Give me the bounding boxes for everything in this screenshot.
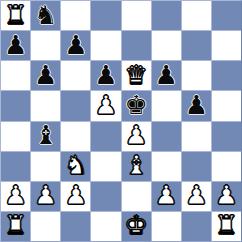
square-f4[interactable] — [152, 122, 181, 151]
square-h3[interactable] — [212, 152, 241, 181]
square-c8[interactable] — [61, 1, 90, 30]
black-king[interactable]: ♚ — [124, 92, 147, 118]
black-knight[interactable]: ♞ — [34, 2, 57, 28]
square-b4[interactable]: ♝ — [31, 122, 60, 151]
square-h1[interactable]: ♜ — [212, 212, 241, 241]
square-g7[interactable] — [182, 31, 211, 60]
square-g3[interactable] — [182, 152, 211, 181]
white-bishop[interactable]: ♝ — [124, 152, 147, 178]
square-e7[interactable] — [122, 31, 151, 60]
black-pawn[interactable]: ♟ — [185, 92, 208, 118]
white-pawn[interactable]: ♟ — [155, 182, 178, 208]
square-g1[interactable] — [182, 212, 211, 241]
square-b5[interactable] — [31, 91, 60, 120]
square-g6[interactable] — [182, 61, 211, 90]
square-b6[interactable]: ♟ — [31, 61, 60, 90]
square-h6[interactable] — [212, 61, 241, 90]
square-c1[interactable] — [61, 212, 90, 241]
square-g2[interactable]: ♟ — [182, 182, 211, 211]
square-b8[interactable]: ♞ — [31, 1, 60, 30]
square-h8[interactable] — [212, 1, 241, 30]
square-e1[interactable]: ♚ — [122, 212, 151, 241]
square-b2[interactable]: ♟ — [31, 182, 60, 211]
square-e6[interactable]: ♛ — [122, 61, 151, 90]
black-pawn[interactable]: ♟ — [4, 32, 27, 58]
chess-board: ♜♞♟♟♟♟♛♟♟♚♟♝♟♞♝♟♟♟♟♟♟♜♚♜ — [0, 0, 242, 242]
square-h2[interactable]: ♟ — [212, 182, 241, 211]
square-f2[interactable]: ♟ — [152, 182, 181, 211]
black-pawn[interactable]: ♟ — [64, 32, 87, 58]
square-e3[interactable]: ♝ — [122, 152, 151, 181]
black-pawn[interactable]: ♟ — [94, 62, 117, 88]
square-a5[interactable] — [1, 91, 30, 120]
square-c2[interactable]: ♟ — [61, 182, 90, 211]
square-g4[interactable] — [182, 122, 211, 151]
square-f6[interactable]: ♟ — [152, 61, 181, 90]
square-e8[interactable] — [122, 1, 151, 30]
square-d4[interactable] — [91, 122, 120, 151]
square-a1[interactable]: ♜ — [1, 212, 30, 241]
white-rook[interactable]: ♜ — [4, 212, 27, 238]
white-king[interactable]: ♚ — [124, 212, 147, 238]
black-pawn[interactable]: ♟ — [34, 62, 57, 88]
square-b3[interactable] — [31, 152, 60, 181]
square-f3[interactable] — [152, 152, 181, 181]
white-pawn[interactable]: ♟ — [124, 122, 147, 148]
square-f7[interactable] — [152, 31, 181, 60]
black-bishop[interactable]: ♝ — [34, 122, 57, 148]
square-e2[interactable] — [122, 182, 151, 211]
square-g5[interactable]: ♟ — [182, 91, 211, 120]
square-a2[interactable]: ♟ — [1, 182, 30, 211]
square-a4[interactable] — [1, 122, 30, 151]
square-c6[interactable] — [61, 61, 90, 90]
square-d7[interactable] — [91, 31, 120, 60]
square-a3[interactable] — [1, 152, 30, 181]
black-pawn[interactable]: ♟ — [155, 62, 178, 88]
white-pawn[interactable]: ♟ — [215, 182, 238, 208]
square-a6[interactable] — [1, 61, 30, 90]
square-d2[interactable] — [91, 182, 120, 211]
square-h7[interactable] — [212, 31, 241, 60]
square-e5[interactable]: ♚ — [122, 91, 151, 120]
square-c7[interactable]: ♟ — [61, 31, 90, 60]
white-rook[interactable]: ♜ — [215, 212, 238, 238]
square-f5[interactable] — [152, 91, 181, 120]
white-pawn[interactable]: ♟ — [64, 182, 87, 208]
square-d5[interactable]: ♟ — [91, 91, 120, 120]
square-c5[interactable] — [61, 91, 90, 120]
white-pawn[interactable]: ♟ — [4, 182, 27, 208]
white-knight[interactable]: ♞ — [64, 152, 87, 178]
square-f1[interactable] — [152, 212, 181, 241]
square-d6[interactable]: ♟ — [91, 61, 120, 90]
white-queen[interactable]: ♛ — [124, 62, 147, 88]
square-c4[interactable] — [61, 122, 90, 151]
square-d8[interactable] — [91, 1, 120, 30]
square-d3[interactable] — [91, 152, 120, 181]
square-d1[interactable] — [91, 212, 120, 241]
square-h5[interactable] — [212, 91, 241, 120]
white-pawn[interactable]: ♟ — [34, 182, 57, 208]
white-rook[interactable]: ♜ — [4, 2, 27, 28]
square-f8[interactable] — [152, 1, 181, 30]
white-pawn[interactable]: ♟ — [185, 182, 208, 208]
square-h4[interactable] — [212, 122, 241, 151]
square-c3[interactable]: ♞ — [61, 152, 90, 181]
square-a8[interactable]: ♜ — [1, 1, 30, 30]
square-b1[interactable] — [31, 212, 60, 241]
square-a7[interactable]: ♟ — [1, 31, 30, 60]
square-e4[interactable]: ♟ — [122, 122, 151, 151]
white-pawn[interactable]: ♟ — [94, 92, 117, 118]
square-g8[interactable] — [182, 1, 211, 30]
square-b7[interactable] — [31, 31, 60, 60]
